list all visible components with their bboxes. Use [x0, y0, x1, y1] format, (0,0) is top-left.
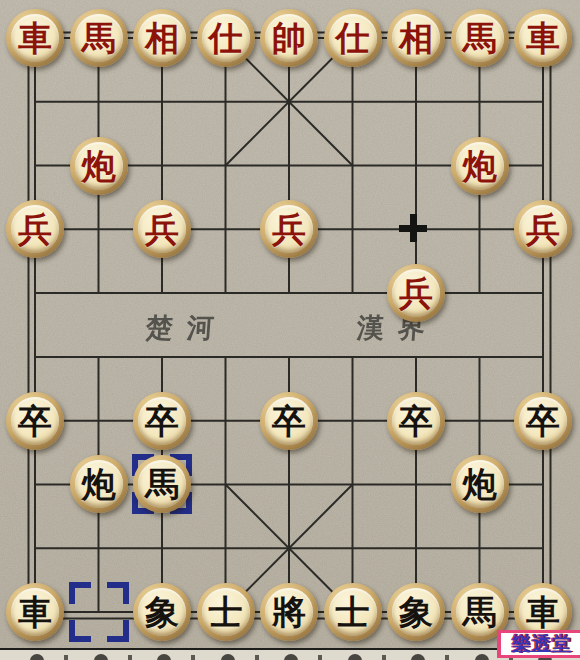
piece-red-f2-r0[interactable]: 相 [133, 9, 191, 67]
river-label-left: 楚河 [145, 310, 230, 346]
clipped-glyph-fragment [94, 654, 108, 660]
piece-red-f0-r0[interactable]: 車 [6, 9, 64, 67]
piece-black-f3-r9[interactable]: 士 [197, 583, 255, 641]
piece-red-f7-r0[interactable]: 馬 [451, 9, 509, 67]
piece-glyph: 兵 [18, 211, 52, 247]
piece-red-f5-r0[interactable]: 仕 [324, 9, 382, 67]
piece-black-f4-r9[interactable]: 將 [260, 583, 318, 641]
piece-red-f6-r4[interactable]: 兵 [387, 264, 445, 322]
clipped-glyph-fragment [30, 654, 44, 660]
piece-red-f3-r0[interactable]: 仕 [197, 9, 255, 67]
piece-glyph: 卒 [18, 403, 52, 439]
piece-glyph: 士 [336, 594, 370, 630]
clipped-glyph-fragment [284, 654, 298, 660]
piece-black-f0-r9[interactable]: 車 [6, 583, 64, 641]
xiangqi-app-window: 楚河 漢界 車馬相仕帥仕相馬車炮炮兵兵兵兵兵卒卒卒卒卒炮馬炮車象士將士象馬車 樂… [0, 0, 580, 660]
piece-black-f6-r9[interactable]: 象 [387, 583, 445, 641]
clipped-glyph-fragment [348, 654, 362, 660]
piece-red-f2-r3[interactable]: 兵 [133, 200, 191, 258]
piece-glyph: 兵 [272, 211, 306, 247]
piece-glyph: 馬 [145, 466, 179, 502]
clipped-glyph-fragment [411, 654, 425, 660]
piece-glyph: 帥 [272, 20, 306, 56]
piece-red-f1-r2[interactable]: 炮 [70, 137, 128, 195]
piece-black-f0-r6[interactable]: 卒 [6, 392, 64, 450]
board-grid[interactable] [0, 0, 580, 660]
piece-glyph: 卒 [526, 403, 560, 439]
clipped-glyph-fragment [221, 654, 235, 660]
piece-glyph: 炮 [463, 148, 497, 184]
piece-glyph: 將 [272, 594, 306, 630]
piece-black-f6-r6[interactable]: 卒 [387, 392, 445, 450]
piece-glyph: 車 [18, 20, 52, 56]
piece-red-f4-r0[interactable]: 帥 [260, 9, 318, 67]
piece-red-f7-r2[interactable]: 炮 [451, 137, 509, 195]
piece-glyph: 士 [209, 594, 243, 630]
piece-black-f1-r7[interactable]: 炮 [70, 455, 128, 513]
piece-glyph: 兵 [399, 275, 433, 311]
piece-black-f4-r6[interactable]: 卒 [260, 392, 318, 450]
piece-glyph: 兵 [145, 211, 179, 247]
watermark-panel: 樂透堂 [501, 633, 580, 655]
clipped-tick-fragment [128, 655, 132, 660]
piece-glyph: 車 [526, 594, 560, 630]
watermark-banner[interactable]: 樂透堂 [497, 630, 580, 658]
piece-glyph: 象 [145, 594, 179, 630]
piece-glyph: 車 [526, 20, 560, 56]
clipped-tick-fragment [318, 655, 322, 660]
piece-glyph: 相 [399, 20, 433, 56]
clipped-tick-fragment [255, 655, 259, 660]
piece-glyph: 卒 [145, 403, 179, 439]
piece-glyph: 炮 [82, 148, 116, 184]
clipped-glyph-fragment [157, 654, 171, 660]
piece-black-f2-r6[interactable]: 卒 [133, 392, 191, 450]
piece-black-f5-r9[interactable]: 士 [324, 583, 382, 641]
watermark-link[interactable]: 樂透堂 [512, 631, 572, 657]
clipped-label-strip [0, 648, 580, 660]
piece-red-f8-r0[interactable]: 車 [514, 9, 572, 67]
piece-glyph: 馬 [82, 20, 116, 56]
piece-red-f4-r3[interactable]: 兵 [260, 200, 318, 258]
move-from-marker [69, 582, 129, 642]
piece-glyph: 車 [18, 594, 52, 630]
clipped-tick-fragment [191, 655, 195, 660]
piece-red-f1-r0[interactable]: 馬 [70, 9, 128, 67]
clipped-glyph-fragment [475, 654, 489, 660]
clipped-tick-fragment [64, 655, 68, 660]
piece-black-f2-r9[interactable]: 象 [133, 583, 191, 641]
piece-red-f0-r3[interactable]: 兵 [6, 200, 64, 258]
piece-glyph: 象 [399, 594, 433, 630]
clipped-tick-fragment [445, 655, 449, 660]
piece-glyph: 炮 [82, 466, 116, 502]
clipped-tick-fragment [382, 655, 386, 660]
piece-black-f7-r7[interactable]: 炮 [451, 455, 509, 513]
piece-glyph: 兵 [526, 211, 560, 247]
piece-glyph: 相 [145, 20, 179, 56]
piece-red-f6-r0[interactable]: 相 [387, 9, 445, 67]
piece-glyph: 卒 [399, 403, 433, 439]
piece-glyph: 仕 [336, 20, 370, 56]
crosshair-cursor [399, 214, 427, 242]
piece-glyph: 炮 [463, 466, 497, 502]
piece-glyph: 馬 [463, 20, 497, 56]
piece-glyph: 卒 [272, 403, 306, 439]
piece-red-f8-r3[interactable]: 兵 [514, 200, 572, 258]
piece-glyph: 馬 [463, 594, 497, 630]
piece-black-f8-r6[interactable]: 卒 [514, 392, 572, 450]
piece-glyph: 仕 [209, 20, 243, 56]
